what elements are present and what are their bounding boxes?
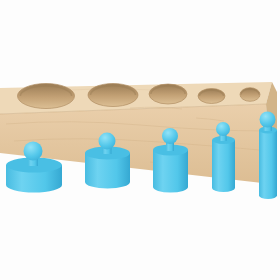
knob-ball — [162, 128, 178, 144]
cylinder-body — [212, 140, 235, 192]
socket-hole-3[interactable] — [149, 84, 187, 104]
scene-svg — [0, 0, 280, 280]
knob-ball — [216, 122, 230, 136]
cylinder-body — [259, 130, 277, 199]
socket-hole-2[interactable] — [88, 84, 138, 107]
cylinder-body — [153, 150, 188, 193]
product-photo — [0, 0, 280, 280]
knob-ball — [24, 142, 43, 161]
knob-ball — [260, 112, 276, 128]
knob-ball — [99, 133, 116, 150]
socket-hole-1[interactable] — [18, 84, 75, 109]
